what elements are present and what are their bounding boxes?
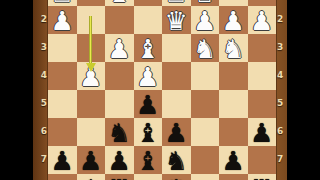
square-f4	[105, 62, 134, 90]
square-f5	[105, 90, 134, 118]
piece-white-pawn: ♟	[108, 36, 131, 62]
piece-black-knight: ♞	[165, 148, 188, 174]
piece-white-pawn: ♟	[250, 8, 273, 34]
rank-label-left-6: 6	[34, 126, 47, 136]
square-b5	[219, 90, 248, 118]
square-c5	[191, 90, 220, 118]
square-g3	[77, 34, 106, 62]
piece-white-bishop: ♝	[108, 0, 131, 6]
square-d7: ♞	[162, 146, 191, 174]
square-g2	[77, 6, 106, 34]
square-a5	[248, 90, 277, 118]
square-f2	[105, 6, 134, 34]
square-c4	[191, 62, 220, 90]
piece-white-bishop: ♝	[136, 36, 159, 62]
square-g7: ♟	[77, 146, 106, 174]
square-f1: ♝	[105, 0, 134, 6]
square-g4: ♟	[77, 62, 106, 90]
square-c8	[191, 174, 220, 180]
square-h3	[48, 34, 77, 62]
piece-white-queen: ♛	[165, 8, 188, 34]
square-a8: ♜	[248, 174, 277, 180]
chess-board: ♜♝♜♚♟♛♟♟♟♟♝♞♞♟♟♟♞♝♟♟♟♟♟♝♞♟♚♜♛♜	[48, 0, 276, 180]
square-b4	[219, 62, 248, 90]
square-h7: ♟	[48, 146, 77, 174]
piece-black-king: ♚	[79, 176, 102, 180]
rank-label-right-2: 2	[277, 14, 290, 24]
piece-white-pawn: ♟	[193, 8, 216, 34]
rank-label-right-6: 6	[277, 126, 290, 136]
rank-label-left-4: 4	[34, 70, 47, 80]
square-f7: ♟	[105, 146, 134, 174]
square-b7: ♟	[219, 146, 248, 174]
square-f8: ♜	[105, 174, 134, 180]
piece-black-pawn: ♟	[108, 148, 131, 174]
square-h2: ♟	[48, 6, 77, 34]
piece-black-bishop: ♝	[136, 148, 159, 174]
rank-label-left-7: 7	[34, 154, 47, 164]
square-e2	[134, 6, 163, 34]
rank-label-left-3: 3	[34, 42, 47, 52]
piece-black-rook: ♜	[250, 176, 273, 180]
square-d6: ♟	[162, 118, 191, 146]
square-g6	[77, 118, 106, 146]
square-b2: ♟	[219, 6, 248, 34]
pillarbox-left	[0, 0, 33, 180]
square-b6	[219, 118, 248, 146]
chess-diagram: ♜♝♜♚♟♛♟♟♟♟♝♞♞♟♟♟♞♝♟♟♟♟♟♝♞♟♚♜♛♜ 223344556…	[0, 0, 320, 180]
square-g5	[77, 90, 106, 118]
square-f3: ♟	[105, 34, 134, 62]
piece-black-pawn: ♟	[136, 92, 159, 118]
piece-white-pawn: ♟	[79, 64, 102, 90]
square-e6: ♝	[134, 118, 163, 146]
square-e4: ♟	[134, 62, 163, 90]
piece-black-queen: ♛	[165, 176, 188, 180]
rank-label-left-2: 2	[34, 14, 47, 24]
rank-label-right-3: 3	[277, 42, 290, 52]
square-e7: ♝	[134, 146, 163, 174]
piece-black-bishop: ♝	[136, 120, 159, 146]
board-wood-frame: ♜♝♜♚♟♛♟♟♟♟♝♞♞♟♟♟♞♝♟♟♟♟♟♝♞♟♚♜♛♜ 223344556…	[33, 0, 287, 180]
piece-black-pawn: ♟	[250, 120, 273, 146]
square-d4	[162, 62, 191, 90]
square-e5: ♟	[134, 90, 163, 118]
piece-black-knight: ♞	[108, 120, 131, 146]
square-a2: ♟	[248, 6, 277, 34]
piece-black-pawn: ♟	[79, 148, 102, 174]
piece-black-rook: ♜	[108, 176, 131, 180]
rank-label-right-4: 4	[277, 70, 290, 80]
square-c7	[191, 146, 220, 174]
square-e3: ♝	[134, 34, 163, 62]
square-c2: ♟	[191, 6, 220, 34]
piece-white-pawn: ♟	[51, 8, 74, 34]
square-d5	[162, 90, 191, 118]
square-a3	[248, 34, 277, 62]
piece-white-pawn: ♟	[222, 8, 245, 34]
pillarbox-right	[287, 0, 320, 180]
square-f6: ♞	[105, 118, 134, 146]
piece-white-knight: ♞	[193, 36, 216, 62]
rank-label-right-5: 5	[277, 98, 290, 108]
square-h4	[48, 62, 77, 90]
rank-label-right-7: 7	[277, 154, 290, 164]
square-b3: ♞	[219, 34, 248, 62]
square-a7	[248, 146, 277, 174]
square-c6	[191, 118, 220, 146]
piece-white-pawn: ♟	[136, 64, 159, 90]
square-h6	[48, 118, 77, 146]
piece-black-pawn: ♟	[165, 120, 188, 146]
square-d2: ♛	[162, 6, 191, 34]
piece-black-pawn: ♟	[51, 148, 74, 174]
piece-white-knight: ♞	[222, 36, 245, 62]
square-a6: ♟	[248, 118, 277, 146]
piece-black-pawn: ♟	[222, 148, 245, 174]
square-d8: ♛	[162, 174, 191, 180]
square-a4	[248, 62, 277, 90]
square-g8: ♚	[77, 174, 106, 180]
square-d3	[162, 34, 191, 62]
rank-label-left-5: 5	[34, 98, 47, 108]
square-c3: ♞	[191, 34, 220, 62]
square-h5	[48, 90, 77, 118]
